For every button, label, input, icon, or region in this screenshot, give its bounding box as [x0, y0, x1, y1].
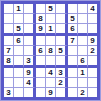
cell-r7c7[interactable] — [68, 68, 78, 78]
cell-r7c2[interactable] — [14, 68, 24, 78]
cell-r8c7[interactable] — [68, 78, 78, 88]
cell-r1c8[interactable] — [78, 4, 88, 14]
cell-r8c1[interactable] — [4, 78, 14, 88]
cell-r1c2[interactable]: 1 — [14, 4, 24, 14]
cell-r2c4[interactable]: 8 — [36, 14, 46, 24]
cell-r3c9[interactable] — [88, 24, 97, 36]
cell-r1c4[interactable] — [36, 4, 46, 14]
cell-r8c3[interactable]: 4 — [24, 78, 36, 88]
cell-r7c1[interactable] — [4, 68, 14, 78]
cell-r7c6[interactable]: 3 — [56, 68, 68, 78]
cell-r4c1[interactable] — [4, 36, 14, 46]
cell-r2c9[interactable] — [88, 14, 97, 24]
cell-r9c4[interactable] — [36, 88, 46, 97]
cell-r8c5[interactable] — [46, 78, 56, 88]
cell-r3c6[interactable] — [56, 24, 68, 36]
cell-r5c8[interactable] — [78, 46, 88, 56]
cell-r7c5[interactable]: 4 — [46, 68, 56, 78]
cell-r5c1[interactable]: 7 — [4, 46, 14, 56]
cell-r8c4[interactable] — [36, 78, 46, 88]
cell-r4c5[interactable] — [46, 36, 56, 46]
cell-r6c1[interactable]: 8 — [4, 56, 14, 68]
cell-r5c6[interactable]: 5 — [56, 46, 68, 56]
cell-r9c2[interactable] — [14, 88, 24, 97]
sudoku-board: 15485591667976852836943142392 — [1, 1, 100, 100]
cell-r3c7[interactable]: 6 — [68, 24, 78, 36]
cell-r3c2[interactable]: 5 — [14, 24, 24, 36]
cell-r3c4[interactable]: 9 — [36, 24, 46, 36]
cell-r5c2[interactable] — [14, 46, 24, 56]
cell-r8c6[interactable]: 2 — [56, 78, 68, 88]
cell-r9c1[interactable]: 3 — [4, 88, 14, 97]
board-outer: 15485591667976852836943142392 — [0, 0, 101, 101]
cell-r9c5[interactable]: 9 — [46, 88, 56, 97]
cell-r5c9[interactable]: 2 — [88, 46, 97, 56]
cell-r4c4[interactable] — [36, 36, 46, 46]
cell-r8c2[interactable] — [14, 78, 24, 88]
cell-r3c1[interactable] — [4, 24, 14, 36]
cell-r7c9[interactable] — [88, 68, 97, 78]
cell-r8c8[interactable] — [78, 78, 88, 88]
cell-r6c8[interactable]: 6 — [78, 56, 88, 68]
cell-r2c3[interactable] — [24, 14, 36, 24]
cell-r2c8[interactable] — [78, 14, 88, 24]
cell-r3c3[interactable] — [24, 24, 36, 36]
cell-r6c3[interactable]: 3 — [24, 56, 36, 68]
cell-r3c5[interactable]: 1 — [46, 24, 56, 36]
cell-r4c7[interactable]: 7 — [68, 36, 78, 46]
cell-r9c9[interactable] — [88, 88, 97, 97]
cell-r9c7[interactable] — [68, 88, 78, 97]
cell-r2c6[interactable] — [56, 14, 68, 24]
cell-r7c8[interactable]: 1 — [78, 68, 88, 78]
cell-r1c7[interactable] — [68, 4, 78, 14]
cell-r4c2[interactable]: 6 — [14, 36, 24, 46]
cell-r6c5[interactable] — [46, 56, 56, 68]
cell-r1c1[interactable] — [4, 4, 14, 14]
cell-r1c9[interactable]: 4 — [88, 4, 97, 14]
cell-r5c4[interactable]: 6 — [36, 46, 46, 56]
cell-r5c3[interactable] — [24, 46, 36, 56]
cell-r2c5[interactable] — [46, 14, 56, 24]
cell-r2c7[interactable]: 5 — [68, 14, 78, 24]
cell-r1c6[interactable] — [56, 4, 68, 14]
cell-r4c6[interactable] — [56, 36, 68, 46]
cell-r6c7[interactable] — [68, 56, 78, 68]
cell-r9c8[interactable]: 2 — [78, 88, 88, 97]
cell-r6c9[interactable] — [88, 56, 97, 68]
cell-r9c3[interactable] — [24, 88, 36, 97]
cell-r1c3[interactable] — [24, 4, 36, 14]
cell-r6c4[interactable] — [36, 56, 46, 68]
cell-r4c3[interactable] — [24, 36, 36, 46]
cell-r2c2[interactable] — [14, 14, 24, 24]
cell-r9c6[interactable] — [56, 88, 68, 97]
cell-r5c5[interactable]: 8 — [46, 46, 56, 56]
cell-r6c6[interactable] — [56, 56, 68, 68]
cell-r4c9[interactable]: 9 — [88, 36, 97, 46]
cell-r5c7[interactable] — [68, 46, 78, 56]
cell-r6c2[interactable] — [14, 56, 24, 68]
cell-r4c8[interactable] — [78, 36, 88, 46]
cell-r2c1[interactable] — [4, 14, 14, 24]
cell-r7c3[interactable]: 9 — [24, 68, 36, 78]
cell-r3c8[interactable] — [78, 24, 88, 36]
cell-r7c4[interactable] — [36, 68, 46, 78]
cell-r8c9[interactable] — [88, 78, 97, 88]
cell-r1c5[interactable]: 5 — [46, 4, 56, 14]
